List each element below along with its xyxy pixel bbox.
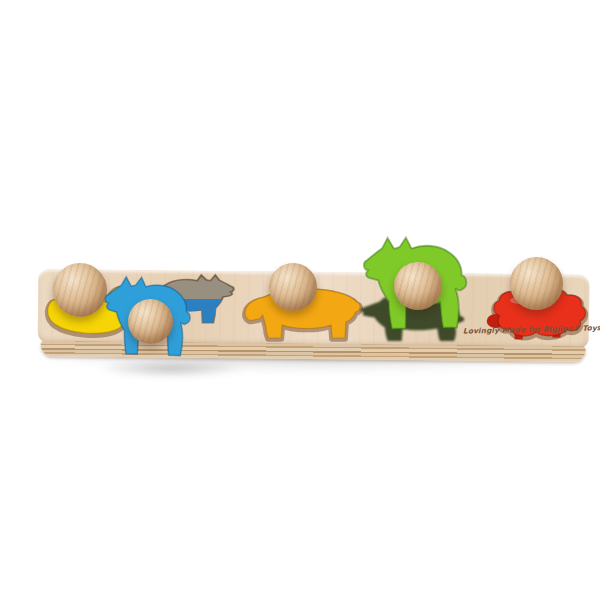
duck-knob[interactable] <box>53 263 107 317</box>
blue-horse-drop-shadow <box>96 362 246 378</box>
blue-horse-knob[interactable] <box>128 299 173 344</box>
green-horse-knob[interactable] <box>394 262 442 310</box>
cow-knob[interactable] <box>269 263 317 311</box>
product-photo-toy-puzzle: Lovingly Made for Bigjigs® Toys <box>0 0 600 600</box>
sheep-knob[interactable] <box>510 257 563 310</box>
